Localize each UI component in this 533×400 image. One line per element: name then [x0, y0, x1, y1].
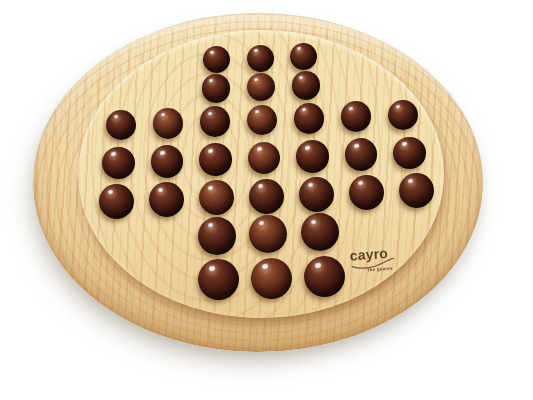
marble-r3c5[interactable]	[294, 103, 325, 134]
marble-r4c2[interactable]	[151, 145, 184, 178]
marble-r4c7[interactable]	[393, 137, 426, 170]
marble-r7c5[interactable]	[304, 256, 345, 297]
marble-r4c5[interactable]	[296, 140, 329, 173]
marble-r5c7[interactable]	[399, 173, 434, 208]
brand-logo: cayro the games	[349, 245, 399, 273]
marble-r6c3[interactable]	[198, 217, 236, 255]
marble-r4c6[interactable]	[345, 138, 378, 171]
marble-r4c1[interactable]	[102, 147, 135, 180]
marble-r1c5[interactable]	[290, 43, 317, 70]
marble-r2c5[interactable]	[292, 71, 321, 100]
marble-r7c3[interactable]	[198, 259, 239, 300]
marble-r5c1[interactable]	[99, 184, 134, 219]
marble-r7c4[interactable]	[251, 258, 292, 299]
marble-r6c4[interactable]	[249, 215, 287, 253]
marble-r6c5[interactable]	[301, 213, 339, 251]
marble-r1c4[interactable]	[247, 45, 274, 72]
marble-r3c3[interactable]	[200, 106, 231, 137]
marble-r1c3[interactable]	[203, 46, 230, 73]
marble-r5c5[interactable]	[299, 177, 334, 212]
marble-r5c6[interactable]	[349, 175, 384, 210]
marble-r3c6[interactable]	[341, 101, 372, 132]
marble-r3c2[interactable]	[153, 108, 184, 139]
marble-r5c4[interactable]	[249, 179, 284, 214]
marble-r5c3[interactable]	[199, 180, 234, 215]
marble-r4c3[interactable]	[199, 143, 232, 176]
marble-r5c2[interactable]	[149, 182, 184, 217]
product-photo: cayro the games	[0, 0, 533, 400]
marble-r2c3[interactable]	[202, 74, 231, 103]
